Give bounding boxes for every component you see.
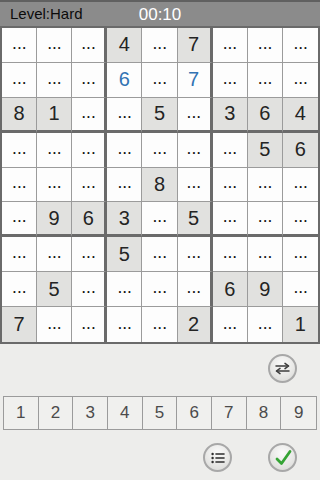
- cell-r4c7[interactable]: ...: [213, 133, 248, 168]
- cell-r8c8[interactable]: 9: [248, 272, 283, 307]
- cell-r1c4[interactable]: 4: [107, 28, 142, 63]
- cell-r9c7[interactable]: ...: [213, 307, 248, 342]
- numpad-key-6[interactable]: 6: [177, 397, 212, 429]
- cell-r6c5[interactable]: ...: [142, 202, 177, 237]
- cell-r7c5[interactable]: ...: [142, 237, 177, 272]
- cell-r8c1[interactable]: ...: [2, 272, 37, 307]
- cell-r6c4[interactable]: 3: [107, 202, 142, 237]
- numpad-key-9[interactable]: 9: [281, 397, 316, 429]
- cell-r3c4[interactable]: ...: [107, 98, 142, 133]
- cell-r3c1[interactable]: 8: [2, 98, 37, 133]
- cell-r1c5[interactable]: ...: [142, 28, 177, 63]
- timer: 00:10: [0, 2, 320, 26]
- cell-r4c9[interactable]: 6: [283, 133, 318, 168]
- cell-r2c6[interactable]: 7: [178, 63, 213, 98]
- cell-r1c9[interactable]: ...: [283, 28, 318, 63]
- cell-r8c7[interactable]: 6: [213, 272, 248, 307]
- cell-r3c6[interactable]: ...: [178, 98, 213, 133]
- cell-r7c7[interactable]: ...: [213, 237, 248, 272]
- cell-r5c8[interactable]: ...: [248, 168, 283, 203]
- cell-r3c9[interactable]: 4: [283, 98, 318, 133]
- cell-r7c8[interactable]: ...: [248, 237, 283, 272]
- cell-r8c4[interactable]: ...: [107, 272, 142, 307]
- cell-r7c2[interactable]: ...: [37, 237, 72, 272]
- cell-r7c6[interactable]: ...: [178, 237, 213, 272]
- cell-r5c6[interactable]: ...: [178, 168, 213, 203]
- numpad-key-4[interactable]: 4: [108, 397, 143, 429]
- cell-r7c1[interactable]: ...: [2, 237, 37, 272]
- cell-r1c2[interactable]: ...: [37, 28, 72, 63]
- cell-r1c3[interactable]: ...: [72, 28, 107, 63]
- cell-r8c3[interactable]: ...: [72, 272, 107, 307]
- cell-r2c2[interactable]: ...: [37, 63, 72, 98]
- cell-r5c7[interactable]: ...: [213, 168, 248, 203]
- cell-r8c2[interactable]: 5: [37, 272, 72, 307]
- cell-r5c4[interactable]: ...: [107, 168, 142, 203]
- swap-button[interactable]: [268, 354, 297, 383]
- cell-r2c3[interactable]: ...: [72, 63, 107, 98]
- cell-r5c1[interactable]: ...: [2, 168, 37, 203]
- header-bar: Level:Hard 00:10: [0, 0, 320, 26]
- numpad-key-5[interactable]: 5: [143, 397, 178, 429]
- cell-r6c2[interactable]: 9: [37, 202, 72, 237]
- cell-r5c2[interactable]: ...: [37, 168, 72, 203]
- cell-r6c6[interactable]: 5: [178, 202, 213, 237]
- cell-r4c8[interactable]: 5: [248, 133, 283, 168]
- cell-r9c3[interactable]: ...: [72, 307, 107, 342]
- cell-r9c5[interactable]: ...: [142, 307, 177, 342]
- cell-r2c1[interactable]: ...: [2, 63, 37, 98]
- cell-r2c4[interactable]: 6: [107, 63, 142, 98]
- cell-r3c3[interactable]: ...: [72, 98, 107, 133]
- cell-r3c2[interactable]: 1: [37, 98, 72, 133]
- cell-r5c9[interactable]: ...: [283, 168, 318, 203]
- cell-r3c5[interactable]: 5: [142, 98, 177, 133]
- cell-r4c6[interactable]: ...: [178, 133, 213, 168]
- cell-r4c3[interactable]: ...: [72, 133, 107, 168]
- cell-r4c2[interactable]: ...: [37, 133, 72, 168]
- cell-r3c8[interactable]: 6: [248, 98, 283, 133]
- numpad-key-7[interactable]: 7: [212, 397, 247, 429]
- cell-r5c3[interactable]: ...: [72, 168, 107, 203]
- cell-r1c1[interactable]: ...: [2, 28, 37, 63]
- cell-r2c5[interactable]: ...: [142, 63, 177, 98]
- cell-r6c7[interactable]: ...: [213, 202, 248, 237]
- cell-r9c1[interactable]: 7: [2, 307, 37, 342]
- checkmark-icon: [273, 449, 293, 467]
- cell-r1c6[interactable]: 7: [178, 28, 213, 63]
- sudoku-board: .........4...7..................6...7...…: [0, 26, 320, 344]
- list-button[interactable]: [203, 443, 232, 472]
- cell-r6c8[interactable]: ...: [248, 202, 283, 237]
- cell-r9c2[interactable]: ...: [37, 307, 72, 342]
- cell-r7c4[interactable]: 5: [107, 237, 142, 272]
- cell-r1c7[interactable]: ...: [213, 28, 248, 63]
- cell-r8c9[interactable]: ...: [283, 272, 318, 307]
- bulleted-list-icon: [210, 451, 226, 465]
- cell-r5c5[interactable]: 8: [142, 168, 177, 203]
- cell-r2c9[interactable]: ...: [283, 63, 318, 98]
- cell-r7c3[interactable]: ...: [72, 237, 107, 272]
- numpad-key-3[interactable]: 3: [73, 397, 108, 429]
- numpad-key-2[interactable]: 2: [39, 397, 74, 429]
- cell-r9c4[interactable]: ...: [107, 307, 142, 342]
- number-pad: 123456789: [3, 396, 317, 430]
- cell-r8c5[interactable]: ...: [142, 272, 177, 307]
- cell-r2c7[interactable]: ...: [213, 63, 248, 98]
- cell-r4c1[interactable]: ...: [2, 133, 37, 168]
- cell-r8c6[interactable]: ...: [178, 272, 213, 307]
- cell-r9c6[interactable]: 2: [178, 307, 213, 342]
- sudoku-app: Level:Hard 00:10 .........4...7.........…: [0, 0, 320, 480]
- cell-r4c5[interactable]: ...: [142, 133, 177, 168]
- cell-r6c9[interactable]: ...: [283, 202, 318, 237]
- cell-r9c8[interactable]: ...: [248, 307, 283, 342]
- numpad-key-1[interactable]: 1: [4, 397, 39, 429]
- cell-r2c8[interactable]: ...: [248, 63, 283, 98]
- cell-r9c9[interactable]: 1: [283, 307, 318, 342]
- cell-r7c9[interactable]: ...: [283, 237, 318, 272]
- cell-r6c3[interactable]: 6: [72, 202, 107, 237]
- swap-arrows-icon: [274, 361, 291, 376]
- cell-r3c7[interactable]: 3: [213, 98, 248, 133]
- cell-r1c8[interactable]: ...: [248, 28, 283, 63]
- cell-r4c4[interactable]: ...: [107, 133, 142, 168]
- check-button[interactable]: [268, 443, 297, 472]
- cell-r6c1[interactable]: ...: [2, 202, 37, 237]
- numpad-key-8[interactable]: 8: [247, 397, 282, 429]
